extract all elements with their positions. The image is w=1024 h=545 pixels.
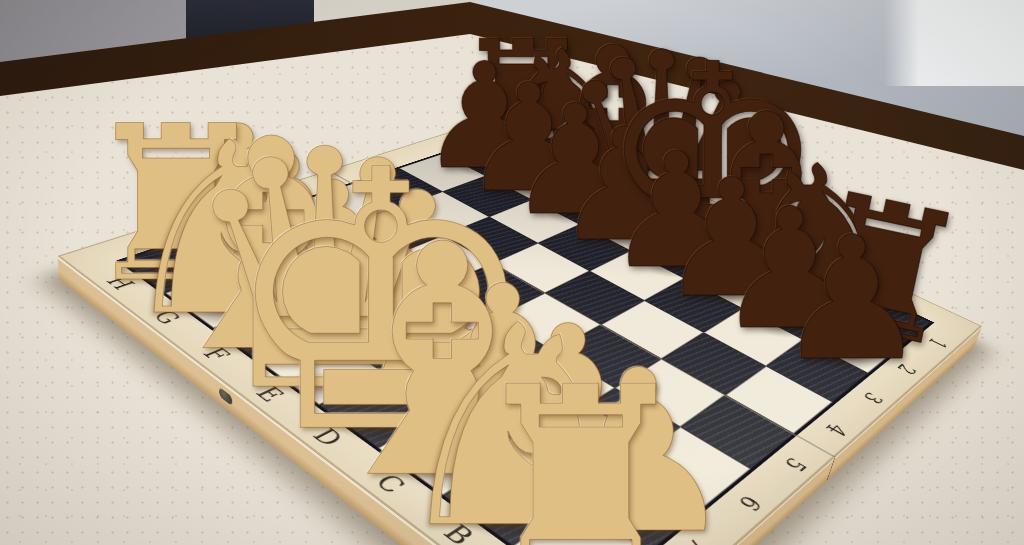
white-wall xyxy=(884,0,1024,86)
piece-light-rook-a8[interactable]: ♜ xyxy=(462,352,701,545)
photo-stage: HGFEDCBA 12345678 ♜♞♝♛♚♝♞♜♟♟♟♟♟♟♟♟♟♟♟♟♟♟… xyxy=(0,0,1024,545)
piece-dark-pawn-a2[interactable]: ♟ xyxy=(776,215,929,386)
